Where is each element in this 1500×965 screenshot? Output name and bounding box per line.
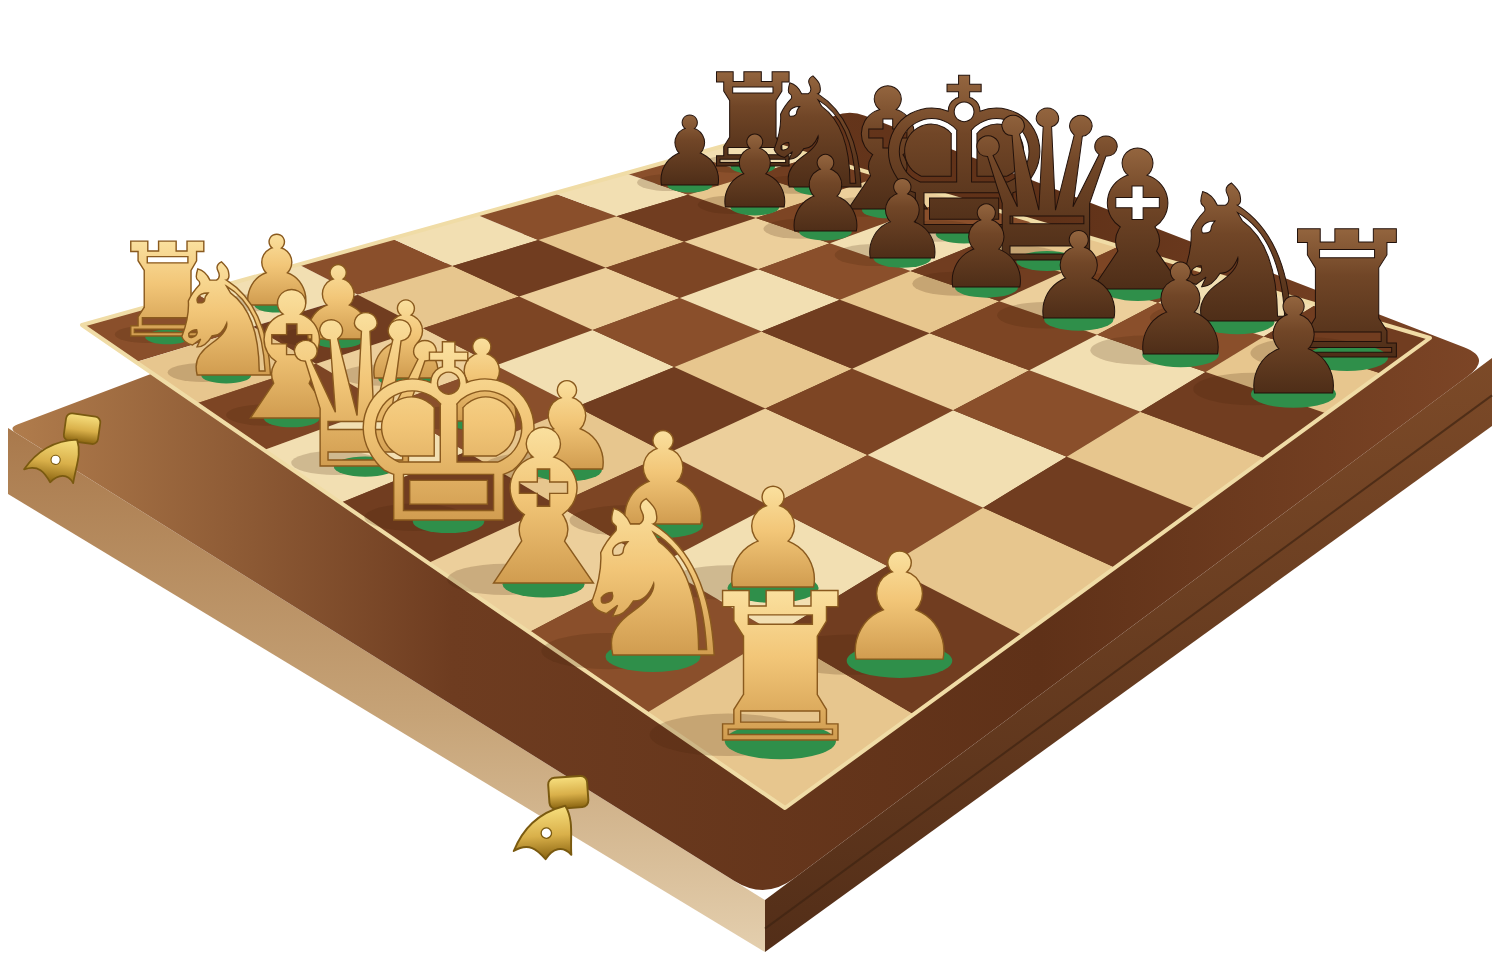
latch-plate [548, 776, 589, 810]
black-pawn-g7: ♟ [1124, 237, 1237, 384]
latch-hole [50, 455, 60, 465]
latch-hole [541, 828, 552, 839]
black-pawn-h7: ♟ [1234, 270, 1353, 424]
chess-set-photo: ♜♟♞♟♝♟♚♟♛♟♝♟♟♞♜♟♟♜♞♟♟♝♟♛♟♚♟♝♟♞♟♜ [0, 0, 1500, 965]
white-rook-h1: ♜ [688, 550, 872, 788]
chess-board-scene: ♜♟♞♟♝♟♚♟♛♟♝♟♟♞♜♟♟♜♞♟♟♝♟♛♟♚♟♝♟♞♟♜ [0, 0, 1500, 965]
black-pawn-e7: ♟ [935, 181, 1037, 314]
black-pawn-f7: ♟ [1025, 207, 1133, 346]
